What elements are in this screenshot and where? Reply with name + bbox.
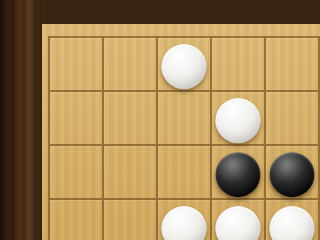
board-cell[interactable]	[156, 144, 210, 198]
board-cell[interactable]	[156, 90, 210, 144]
board-cell[interactable]	[102, 36, 156, 90]
game-screen: COMPUTER'S TURN 5 5	[0, 0, 320, 240]
white-stone	[270, 206, 315, 240]
board-frame-top	[42, 0, 320, 24]
black-stone	[270, 152, 315, 197]
board-cell[interactable]	[156, 198, 210, 240]
board-cell[interactable]	[48, 198, 102, 240]
board-grid	[48, 36, 320, 240]
board-cell[interactable]	[210, 144, 264, 198]
white-stone	[162, 44, 207, 89]
board-cell[interactable]	[48, 36, 102, 90]
board-cell[interactable]	[48, 90, 102, 144]
white-stone	[216, 98, 261, 143]
board-cell[interactable]	[210, 90, 264, 144]
board-cell[interactable]	[210, 198, 264, 240]
board-frame-left	[0, 0, 42, 240]
gomoku-board	[42, 24, 320, 240]
board-cell[interactable]	[264, 144, 318, 198]
board-cell[interactable]	[102, 90, 156, 144]
board-cell[interactable]	[156, 36, 210, 90]
white-stone	[162, 206, 207, 240]
board-cell[interactable]	[264, 36, 318, 90]
board-cell[interactable]	[102, 198, 156, 240]
black-stone	[216, 152, 261, 197]
white-stone	[216, 206, 261, 240]
board-cell[interactable]	[264, 198, 318, 240]
board-cell[interactable]	[102, 144, 156, 198]
board-cell[interactable]	[210, 36, 264, 90]
board-cell[interactable]	[48, 144, 102, 198]
board-cell[interactable]	[264, 90, 318, 144]
